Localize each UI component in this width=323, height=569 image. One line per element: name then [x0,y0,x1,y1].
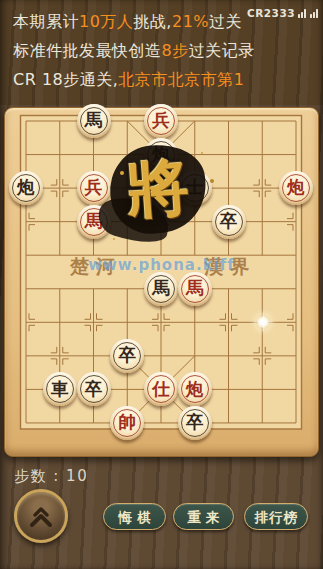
footer-bar: 步数 : 10 悔棋 重来 排行榜 [0,457,323,569]
black-horse-piece[interactable]: 馬 [77,104,111,138]
red-horse-piece[interactable]: 馬 [77,205,111,239]
header-text-segment: 21% [172,12,209,31]
restart-button[interactable]: 重来 [173,503,234,530]
black-chariot-piece[interactable]: 車 [43,372,77,406]
piece-character: 炮 [186,380,204,398]
header-text-segment: 本期累计 [13,12,79,31]
header-line-3: CR 18步通关,北京市北京市第1 [13,69,245,91]
black-advisor-piece[interactable]: 士 [178,171,212,205]
header-text-segment: 过关 [209,12,242,31]
signal-bars-icon [310,9,318,18]
piece-character: 兵 [85,179,103,197]
piece-character: 炮 [287,179,305,197]
header-text-segment: 10万人 [79,12,133,31]
signal-bars-icon [298,9,306,18]
hint-sparkle [256,315,270,329]
piece-character: 將 [152,179,170,197]
app-screen: CR2333 本期累计10万人挑战,21%过关 标准件批发最快创造8步过关记录 … [0,0,323,569]
step-counter: 步数 : 10 [14,467,88,486]
piece-character: 帥 [119,414,137,432]
leaderboard-button[interactable]: 排行榜 [244,503,308,530]
red-cannon-piece[interactable]: 炮 [279,171,313,205]
header-text-segment: 8步 [162,41,189,60]
piece-character: 卒 [186,414,204,432]
black-soldier-piece[interactable]: 卒 [212,205,246,239]
piece-character: 車 [51,380,69,398]
piece-character: 炮 [17,179,35,197]
piece-character: 兵 [152,112,170,130]
scroll-top-button[interactable] [14,489,68,543]
black-cannon-piece[interactable]: 炮 [144,138,178,172]
red-horse-piece[interactable]: 馬 [178,272,212,306]
cr-indicator: CR2333 [247,7,318,19]
black-soldier-piece[interactable]: 卒 [110,339,144,373]
river-label-right: 漢界 [204,254,256,280]
red-soldier-piece[interactable]: 兵 [77,171,111,205]
black-cannon-piece[interactable]: 炮 [9,171,43,205]
header-line-2: 标准件批发最快创造8步过关记录 [13,40,255,62]
river-label-left: 楚河 [70,254,122,280]
header-banner: CR2333 本期累计10万人挑战,21%过关 标准件批发最快创造8步过关记录 … [0,0,323,105]
header-text-segment: CR 18步通关, [13,70,118,89]
piece-character: 馬 [152,280,170,298]
piece-character: 炮 [152,145,170,163]
header-text-segment: 标准件批发最快创造 [13,41,162,60]
black-soldier-piece[interactable]: 卒 [77,372,111,406]
cr-label: CR2333 [247,7,295,19]
black-horse-piece[interactable]: 馬 [144,272,178,306]
black-general-piece[interactable]: 將 [144,171,178,205]
piece-character: 馬 [85,212,103,230]
header-text-segment: 北京市北京市第1 [118,70,244,89]
chevron-up-icon [26,503,56,529]
black-soldier-piece[interactable]: 卒 [178,406,212,440]
undo-move-button[interactable]: 悔棋 [103,503,166,530]
piece-character: 馬 [186,280,204,298]
piece-character: 卒 [220,212,238,230]
header-text-segment: 挑战, [133,12,172,31]
red-general-piece[interactable]: 帥 [110,406,144,440]
piece-character: 卒 [119,347,137,365]
piece-character: 卒 [85,380,103,398]
header-line-1: 本期累计10万人挑战,21%过关 [13,11,242,33]
piece-character: 仕 [152,380,170,398]
piece-character: 士 [186,179,204,197]
header-text-segment: 过关记录 [189,41,255,60]
red-cannon-piece[interactable]: 炮 [178,372,212,406]
piece-character: 馬 [85,112,103,130]
xiangqi-board[interactable]: 楚河 漢界 www.phona.kiff 馬兵炮炮兵將士炮馬卒馬馬卒車卒仕炮帥卒… [4,107,319,457]
red-soldier-piece[interactable]: 兵 [144,104,178,138]
